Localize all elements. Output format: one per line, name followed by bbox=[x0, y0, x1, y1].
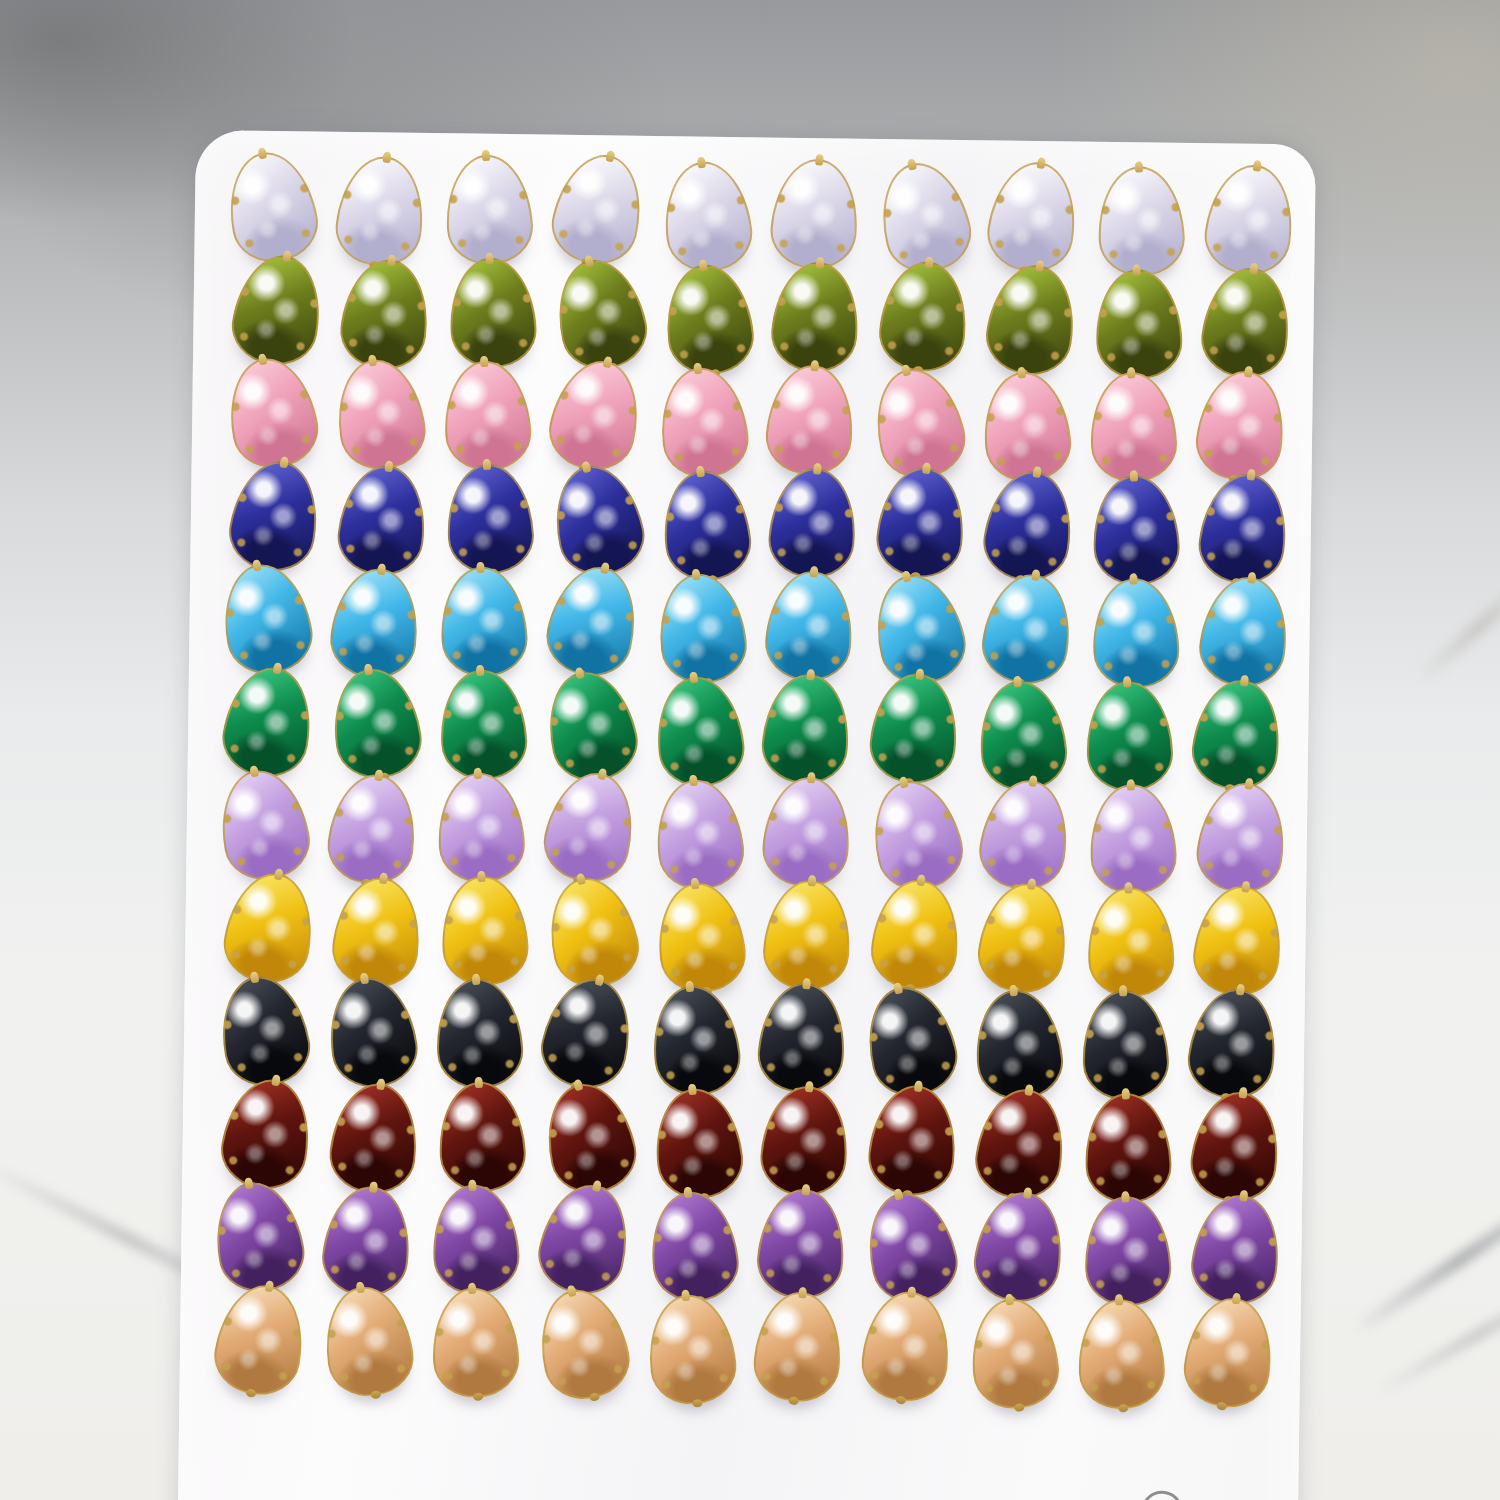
clear-crystal-earring-stone bbox=[768, 155, 863, 272]
royal-blue-earring-stone bbox=[766, 464, 861, 581]
golden-yellow-earring-stone bbox=[867, 875, 964, 993]
black-earring-stone bbox=[321, 971, 422, 1092]
golden-yellow-earring-stone bbox=[760, 876, 855, 993]
clear-crystal-earring-stone bbox=[331, 151, 429, 270]
black-earring-stone bbox=[1080, 988, 1170, 1101]
aqua-blue-earring-stone bbox=[762, 567, 857, 684]
stone-row-royal-blue bbox=[224, 463, 1289, 580]
black-earring-stone bbox=[970, 986, 1066, 1103]
amethyst-purple-earring-stone bbox=[1083, 1194, 1173, 1307]
stone-row-clear-crystal bbox=[228, 154, 1293, 271]
marble-vein bbox=[1413, 565, 1500, 688]
garnet-red-earring-stone bbox=[970, 1082, 1072, 1204]
marble-vein bbox=[1349, 1183, 1500, 1337]
lilac-earring-stone bbox=[650, 775, 747, 894]
aqua-blue-earring-stone bbox=[653, 569, 750, 688]
black-earring-stone bbox=[212, 969, 316, 1093]
emerald-green-earring-stone bbox=[538, 663, 645, 789]
clear-crystal-earring-stone bbox=[443, 152, 535, 267]
pink-earring-stone bbox=[655, 363, 752, 482]
stone-row-lilac bbox=[220, 772, 1285, 889]
aqua-blue-earring-stone bbox=[438, 564, 530, 679]
champagne-earring-stone bbox=[1179, 1292, 1279, 1413]
golden-yellow-earring-stone bbox=[539, 869, 646, 995]
stone-row-amethyst-purple bbox=[215, 1184, 1280, 1301]
lilac-earring-stone bbox=[1088, 782, 1178, 895]
champagne-earring-stone bbox=[966, 1295, 1062, 1412]
clear-crystal-earring-stone bbox=[544, 146, 652, 272]
garnet-red-earring-stone bbox=[1083, 1091, 1173, 1204]
lilac-earring-stone bbox=[974, 774, 1076, 896]
clear-crystal-earring-stone bbox=[1096, 164, 1186, 277]
golden-yellow-earring-stone bbox=[439, 873, 531, 988]
stone-row-aqua-blue bbox=[223, 566, 1288, 683]
lilac-earring-stone bbox=[435, 770, 527, 885]
olive-green-earring-stone bbox=[768, 258, 863, 375]
stone-row-emerald-green bbox=[222, 669, 1287, 786]
emerald-green-earring-stone bbox=[759, 670, 854, 787]
champagne-earring-stone bbox=[642, 1290, 739, 1409]
black-earring-stone bbox=[755, 979, 850, 1096]
black-earring-stone bbox=[647, 981, 744, 1100]
amethyst-purple-earring-stone bbox=[430, 1182, 522, 1297]
amethyst-purple-earring-stone bbox=[645, 1187, 742, 1306]
aqua-blue-earring-stone bbox=[1194, 571, 1294, 692]
emerald-green-earring-stone bbox=[438, 667, 530, 782]
champagne-earring-stone bbox=[429, 1285, 521, 1400]
stone-row-olive-green bbox=[227, 257, 1292, 374]
stone-row-golden-yellow bbox=[219, 875, 1284, 992]
olive-green-earring-stone bbox=[226, 248, 329, 371]
clear-crystal-earring-stone bbox=[220, 145, 324, 269]
olive-green-earring-stone bbox=[980, 259, 1082, 381]
golden-yellow-earring-stone bbox=[1086, 885, 1176, 998]
card-hole-mark bbox=[1141, 1490, 1184, 1500]
black-earring-stone bbox=[534, 970, 642, 1096]
olive-green-earring-stone bbox=[447, 255, 539, 370]
emerald-green-earring-stone bbox=[974, 677, 1070, 794]
garnet-red-earring-stone bbox=[536, 1075, 643, 1201]
golden-yellow-earring-stone bbox=[972, 876, 1074, 998]
champagne-earring-stone bbox=[208, 1278, 311, 1401]
stone-row-pink bbox=[226, 360, 1291, 477]
earring-display-card bbox=[176, 130, 1316, 1500]
garnet-red-earring-stone bbox=[215, 1072, 318, 1195]
olive-green-earring-stone bbox=[1094, 267, 1184, 380]
champagne-earring-stone bbox=[529, 1281, 636, 1407]
golden-yellow-earring-stone bbox=[1188, 880, 1288, 1001]
garnet-red-earring-stone bbox=[649, 1084, 746, 1203]
garnet-red-earring-stone bbox=[1186, 1086, 1286, 1207]
garnet-red-earring-stone bbox=[325, 1078, 423, 1197]
royal-blue-earring-stone bbox=[1091, 473, 1181, 586]
royal-blue-earring-stone bbox=[223, 454, 326, 577]
olive-green-earring-stone bbox=[547, 251, 654, 377]
emerald-green-earring-stone bbox=[1084, 679, 1174, 792]
clear-crystal-earring-stone bbox=[982, 156, 1084, 278]
aqua-blue-earring-stone bbox=[1091, 576, 1181, 689]
emerald-green-earring-stone bbox=[1187, 674, 1287, 795]
emerald-green-earring-stone bbox=[217, 660, 320, 783]
pink-earring-stone bbox=[1191, 365, 1291, 486]
jewelry-display-photo: { "game": "none — photograph of an earri… bbox=[0, 0, 1500, 1500]
amethyst-purple-earring-stone bbox=[754, 1185, 849, 1302]
royal-blue-earring-stone bbox=[444, 461, 536, 576]
aqua-blue-earring-stone bbox=[215, 557, 319, 681]
amethyst-purple-earring-stone bbox=[531, 1176, 639, 1302]
amethyst-purple-earring-stone bbox=[968, 1185, 1070, 1307]
pink-earring-stone bbox=[763, 361, 858, 478]
lilac-earring-stone bbox=[536, 764, 644, 890]
clear-crystal-earring-stone bbox=[1200, 159, 1300, 280]
royal-blue-earring-stone bbox=[873, 463, 970, 581]
royal-blue-earring-stone bbox=[978, 465, 1080, 587]
emerald-green-earring-stone bbox=[866, 669, 963, 787]
garnet-red-earring-stone bbox=[436, 1079, 528, 1194]
champagne-earring-stone bbox=[751, 1288, 846, 1405]
garnet-red-earring-stone bbox=[758, 1082, 853, 1199]
olive-green-earring-stone bbox=[336, 254, 434, 373]
champagne-earring-stone bbox=[1076, 1297, 1166, 1410]
emerald-green-earring-stone bbox=[651, 672, 748, 791]
royal-blue-earring-stone bbox=[333, 460, 431, 579]
black-earring-stone bbox=[433, 976, 525, 1091]
emerald-green-earring-stone bbox=[325, 662, 426, 783]
olive-green-earring-stone bbox=[660, 260, 757, 379]
olive-green-earring-stone bbox=[1196, 262, 1296, 383]
garnet-red-earring-stone bbox=[865, 1081, 962, 1199]
golden-yellow-earring-stone bbox=[218, 866, 321, 989]
aqua-blue-earring-stone bbox=[326, 563, 424, 682]
aqua-blue-earring-stone bbox=[976, 568, 1078, 690]
lilac-earring-stone bbox=[1192, 777, 1292, 898]
clear-crystal-earring-stone bbox=[658, 157, 755, 276]
marble-vein bbox=[1374, 1270, 1500, 1396]
stone-grid bbox=[214, 154, 1294, 1404]
stone-row-garnet-red bbox=[216, 1081, 1281, 1198]
olive-green-earring-stone bbox=[875, 257, 972, 375]
lilac-earring-stone bbox=[760, 773, 855, 890]
lilac-earring-stone bbox=[323, 769, 421, 888]
pink-earring-stone bbox=[978, 368, 1074, 485]
royal-blue-earring-stone bbox=[1194, 468, 1294, 589]
golden-yellow-earring-stone bbox=[652, 878, 749, 997]
stone-row-champagne bbox=[214, 1287, 1279, 1404]
black-earring-stone bbox=[1183, 983, 1283, 1104]
royal-blue-earring-stone bbox=[544, 457, 651, 583]
pink-earring-stone bbox=[330, 353, 431, 474]
pink-earring-stone bbox=[1088, 370, 1178, 483]
amethyst-purple-earring-stone bbox=[1186, 1189, 1286, 1310]
stone-row-black bbox=[218, 978, 1283, 1095]
aqua-blue-earring-stone bbox=[539, 558, 647, 684]
pink-earring-stone bbox=[442, 358, 534, 473]
amethyst-purple-earring-stone bbox=[206, 1175, 310, 1299]
champagne-earring-stone bbox=[858, 1287, 955, 1405]
pink-earring-stone bbox=[542, 352, 650, 478]
golden-yellow-earring-stone bbox=[328, 872, 426, 991]
lilac-earring-stone bbox=[212, 763, 316, 887]
amethyst-purple-earring-stone bbox=[318, 1181, 416, 1300]
pink-earring-stone bbox=[220, 351, 324, 475]
champagne-earring-stone bbox=[317, 1280, 418, 1401]
royal-blue-earring-stone bbox=[657, 466, 754, 585]
